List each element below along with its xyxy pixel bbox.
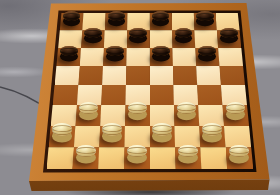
draughts-man-glyph: ⛀ [196, 11, 213, 21]
dark-piece[interactable]: ⛀ [220, 28, 238, 38]
draughts-man-glyph: ⛀ [108, 11, 125, 21]
light-piece[interactable]: ⛀ [226, 102, 245, 114]
draughts-man-glyph: ⛀ [127, 145, 147, 158]
light-piece[interactable]: ⛀ [102, 123, 122, 135]
light-piece[interactable]: ⛀ [52, 123, 72, 135]
light-piece[interactable]: ⛀ [229, 145, 249, 158]
draughts-man-glyph: ⛀ [76, 145, 96, 158]
dark-piece[interactable]: ⛀ [63, 11, 80, 21]
draughts-man-glyph: ⛀ [63, 11, 80, 21]
dark-piece[interactable]: ⛀ [152, 46, 170, 56]
light-piece[interactable]: ⛀ [152, 123, 172, 135]
draughts-man-glyph: ⛀ [106, 46, 124, 56]
draughts-man-glyph: ⛀ [102, 123, 122, 135]
light-piece[interactable]: ⛀ [178, 145, 198, 158]
dark-piece[interactable]: ⛀ [84, 28, 102, 38]
draughts-man-glyph: ⛀ [129, 28, 147, 38]
dark-piece[interactable]: ⛀ [152, 11, 169, 21]
dark-piece[interactable]: ⛀ [129, 28, 147, 38]
draughts-man-glyph: ⛀ [175, 28, 193, 38]
draughts-man-glyph: ⛀ [152, 11, 169, 21]
draughts-man-glyph: ⛀ [60, 46, 78, 56]
light-piece[interactable]: ⛀ [128, 102, 147, 114]
draughts-man-glyph: ⛀ [178, 145, 198, 158]
dark-piece[interactable]: ⛀ [175, 28, 193, 38]
dark-piece[interactable]: ⛀ [106, 46, 124, 56]
draughts-man-glyph: ⛀ [152, 123, 172, 135]
light-piece[interactable]: ⛀ [127, 145, 147, 158]
draughts-man-glyph: ⛀ [226, 102, 245, 114]
draughts-man-glyph: ⛀ [229, 145, 249, 158]
draughts-man-glyph: ⛀ [198, 46, 216, 56]
dark-piece[interactable]: ⛀ [108, 11, 125, 21]
draughts-man-glyph: ⛀ [220, 28, 238, 38]
dark-piece[interactable]: ⛀ [198, 46, 216, 56]
light-piece[interactable]: ⛀ [177, 102, 196, 114]
draughts-man-glyph: ⛀ [84, 28, 102, 38]
dark-piece[interactable]: ⛀ [196, 11, 213, 21]
light-piece[interactable]: ⛀ [76, 145, 96, 158]
checkers-scene: ⛀⛀⛀⛀⛀⛀⛀⛀⛀⛀⛀⛀⛀⛀⛀⛀⛀⛀⛀⛀⛀⛀⛀⛀ [0, 0, 280, 195]
draughts-man-glyph: ⛀ [152, 46, 170, 56]
light-piece[interactable]: ⛀ [202, 123, 222, 135]
draughts-man-glyph: ⛀ [177, 102, 196, 114]
draughts-man-glyph: ⛀ [52, 123, 72, 135]
dark-piece[interactable]: ⛀ [60, 46, 78, 56]
draughts-man-glyph: ⛀ [128, 102, 147, 114]
draughts-man-glyph: ⛀ [79, 102, 98, 114]
draughts-man-glyph: ⛀ [202, 123, 222, 135]
pieces-layer: ⛀⛀⛀⛀⛀⛀⛀⛀⛀⛀⛀⛀⛀⛀⛀⛀⛀⛀⛀⛀⛀⛀⛀⛀ [0, 0, 280, 195]
light-piece[interactable]: ⛀ [79, 102, 98, 114]
